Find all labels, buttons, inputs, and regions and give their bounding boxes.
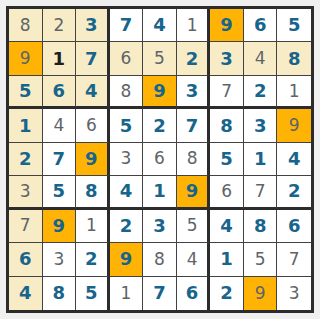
cell-r6c8[interactable]: 7 <box>244 176 278 209</box>
cell-r3c5[interactable]: 9 <box>143 76 177 109</box>
cell-r8c5[interactable]: 8 <box>143 243 177 276</box>
cell-r6c2[interactable]: 5 <box>43 176 77 209</box>
cell-r2c6[interactable]: 2 <box>177 42 211 75</box>
cell-r5c3[interactable]: 9 <box>76 143 110 176</box>
cell-r1c4[interactable]: 7 <box>110 9 144 42</box>
cell-r2c8[interactable]: 4 <box>244 42 278 75</box>
cell-r7c7[interactable]: 4 <box>210 210 244 243</box>
cell-r1c9[interactable]: 5 <box>277 9 311 42</box>
cell-r9c2[interactable]: 8 <box>43 277 77 310</box>
cell-r8c6[interactable]: 4 <box>177 243 211 276</box>
cell-r8c2[interactable]: 3 <box>43 243 77 276</box>
cell-r1c3[interactable]: 3 <box>76 9 110 42</box>
cell-r1c8[interactable]: 6 <box>244 9 278 42</box>
cell-r4c7[interactable]: 8 <box>210 109 244 142</box>
cell-r4c6[interactable]: 7 <box>177 109 211 142</box>
cell-r4c3[interactable]: 6 <box>76 109 110 142</box>
cell-r5c9[interactable]: 4 <box>277 143 311 176</box>
cell-r5c8[interactable]: 1 <box>244 143 278 176</box>
cell-r9c3[interactable]: 5 <box>76 277 110 310</box>
cell-r7c4[interactable]: 2 <box>110 210 144 243</box>
cell-r4c2[interactable]: 4 <box>43 109 77 142</box>
cell-r7c5[interactable]: 3 <box>143 210 177 243</box>
cell-r8c4[interactable]: 9 <box>110 243 144 276</box>
cell-r2c2[interactable]: 1 <box>43 42 77 75</box>
cell-r7c2[interactable]: 9 <box>43 210 77 243</box>
cell-r5c4[interactable]: 3 <box>110 143 144 176</box>
cell-r7c8[interactable]: 8 <box>244 210 278 243</box>
cell-r3c8[interactable]: 2 <box>244 76 278 109</box>
cell-r1c2[interactable]: 2 <box>43 9 77 42</box>
cell-r4c8[interactable]: 3 <box>244 109 278 142</box>
cell-r3c4[interactable]: 8 <box>110 76 144 109</box>
cell-r9c4[interactable]: 1 <box>110 277 144 310</box>
cell-r2c3[interactable]: 7 <box>76 42 110 75</box>
cell-r5c7[interactable]: 5 <box>210 143 244 176</box>
cell-r4c1[interactable]: 1 <box>9 109 43 142</box>
cell-r9c8[interactable]: 9 <box>244 277 278 310</box>
cell-r7c3[interactable]: 1 <box>76 210 110 243</box>
cell-r3c9[interactable]: 1 <box>277 76 311 109</box>
cell-r3c3[interactable]: 4 <box>76 76 110 109</box>
cell-r6c1[interactable]: 3 <box>9 176 43 209</box>
cell-r6c6[interactable]: 9 <box>177 176 211 209</box>
cell-r2c7[interactable]: 3 <box>210 42 244 75</box>
cell-r7c9[interactable]: 6 <box>277 210 311 243</box>
cell-r2c9[interactable]: 8 <box>277 42 311 75</box>
cell-r5c1[interactable]: 2 <box>9 143 43 176</box>
cell-r1c6[interactable]: 1 <box>177 9 211 42</box>
cell-r5c6[interactable]: 8 <box>177 143 211 176</box>
cell-r3c7[interactable]: 7 <box>210 76 244 109</box>
cell-r3c6[interactable]: 3 <box>177 76 211 109</box>
cell-r9c9[interactable]: 3 <box>277 277 311 310</box>
cell-r9c1[interactable]: 4 <box>9 277 43 310</box>
cell-r8c1[interactable]: 6 <box>9 243 43 276</box>
cell-r9c7[interactable]: 2 <box>210 277 244 310</box>
cell-r4c4[interactable]: 5 <box>110 109 144 142</box>
cell-r3c2[interactable]: 6 <box>43 76 77 109</box>
cell-r6c3[interactable]: 8 <box>76 176 110 209</box>
cell-r7c6[interactable]: 5 <box>177 210 211 243</box>
cell-r6c5[interactable]: 1 <box>143 176 177 209</box>
sudoku-board: 8237419659176523485648937211465278392793… <box>6 6 314 313</box>
cell-r8c3[interactable]: 2 <box>76 243 110 276</box>
cell-r7c1[interactable]: 7 <box>9 210 43 243</box>
cell-r6c7[interactable]: 6 <box>210 176 244 209</box>
cell-r3c1[interactable]: 5 <box>9 76 43 109</box>
cell-r2c4[interactable]: 6 <box>110 42 144 75</box>
cell-r9c6[interactable]: 6 <box>177 277 211 310</box>
cell-r6c9[interactable]: 2 <box>277 176 311 209</box>
cell-r9c5[interactable]: 7 <box>143 277 177 310</box>
cell-r8c8[interactable]: 5 <box>244 243 278 276</box>
cell-r5c5[interactable]: 6 <box>143 143 177 176</box>
cell-r6c4[interactable]: 4 <box>110 176 144 209</box>
cell-r4c9[interactable]: 9 <box>277 109 311 142</box>
cell-r2c1[interactable]: 9 <box>9 42 43 75</box>
cell-r8c7[interactable]: 1 <box>210 243 244 276</box>
cell-r2c5[interactable]: 5 <box>143 42 177 75</box>
cell-r8c9[interactable]: 7 <box>277 243 311 276</box>
cell-r5c2[interactable]: 7 <box>43 143 77 176</box>
cell-r1c7[interactable]: 9 <box>210 9 244 42</box>
cell-r1c1[interactable]: 8 <box>9 9 43 42</box>
cell-r1c5[interactable]: 4 <box>143 9 177 42</box>
cell-r4c5[interactable]: 2 <box>143 109 177 142</box>
